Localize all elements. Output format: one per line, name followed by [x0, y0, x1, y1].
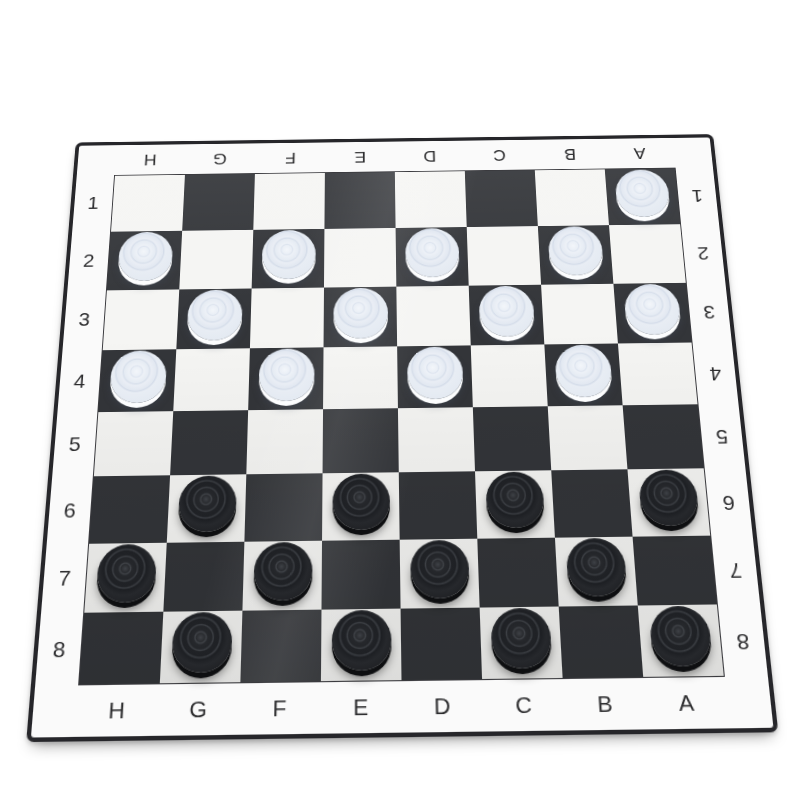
- black-piece-C8[interactable]: [490, 608, 552, 669]
- square-H2[interactable]: [107, 231, 182, 290]
- square-H4[interactable]: [98, 349, 176, 412]
- square-C8[interactable]: [480, 606, 563, 679]
- black-piece-D7[interactable]: [410, 539, 470, 598]
- square-E5[interactable]: [323, 408, 399, 473]
- left-label-1: 1: [72, 175, 114, 232]
- square-D4[interactable]: [397, 345, 473, 408]
- square-C2[interactable]: [467, 226, 541, 285]
- square-B3[interactable]: [541, 283, 618, 344]
- white-piece-B4[interactable]: [554, 344, 613, 397]
- square-E6[interactable]: [322, 473, 400, 541]
- square-A8[interactable]: [638, 604, 724, 677]
- square-G6[interactable]: [167, 475, 247, 543]
- white-piece-B2[interactable]: [547, 226, 604, 276]
- square-G8[interactable]: [160, 610, 243, 683]
- square-F5[interactable]: [246, 409, 323, 474]
- square-G3[interactable]: [176, 288, 251, 349]
- black-piece-A8[interactable]: [648, 606, 713, 667]
- square-B5[interactable]: [548, 405, 628, 470]
- right-label-2: 2: [681, 223, 725, 282]
- square-C7[interactable]: [477, 537, 558, 607]
- black-piece-G6[interactable]: [177, 476, 237, 533]
- square-G5[interactable]: [170, 410, 248, 475]
- right-label-3: 3: [687, 281, 732, 342]
- square-B8[interactable]: [559, 605, 643, 678]
- square-H8[interactable]: [79, 611, 163, 684]
- black-piece-F7[interactable]: [253, 541, 312, 600]
- square-B2[interactable]: [538, 225, 614, 284]
- square-E8[interactable]: [321, 608, 402, 681]
- square-G2[interactable]: [179, 230, 253, 289]
- square-B4[interactable]: [544, 343, 622, 406]
- square-E7[interactable]: [321, 539, 400, 609]
- square-F4[interactable]: [248, 347, 323, 410]
- left-label-7: 7: [41, 544, 88, 614]
- right-label-6: 6: [705, 468, 753, 535]
- square-H3[interactable]: [103, 289, 180, 350]
- top-label-H: H: [114, 144, 186, 175]
- square-D1[interactable]: [395, 171, 467, 228]
- square-H6[interactable]: [89, 476, 170, 544]
- right-label-5: 5: [699, 404, 746, 469]
- square-F8[interactable]: [240, 609, 321, 682]
- square-H5[interactable]: [94, 411, 173, 476]
- right-label-7: 7: [711, 535, 760, 605]
- square-A3[interactable]: [613, 282, 691, 343]
- black-piece-H7[interactable]: [95, 544, 157, 603]
- left-label-2: 2: [67, 231, 110, 290]
- square-A6[interactable]: [627, 469, 710, 537]
- square-F2[interactable]: [252, 229, 325, 288]
- square-D5[interactable]: [398, 407, 475, 472]
- top-label-A: A: [603, 138, 675, 169]
- bottom-label-H: H: [74, 684, 158, 737]
- white-piece-D2[interactable]: [405, 228, 460, 278]
- bottom-label-D: D: [402, 680, 485, 733]
- square-G4[interactable]: [173, 348, 250, 411]
- square-C4[interactable]: [471, 344, 548, 407]
- left-label-8: 8: [35, 613, 83, 686]
- white-piece-A1[interactable]: [614, 169, 671, 217]
- bottom-label-F: F: [238, 682, 320, 735]
- bottom-label-G: G: [156, 683, 239, 736]
- square-F3[interactable]: [250, 287, 324, 348]
- left-label-5: 5: [52, 412, 97, 477]
- square-D6[interactable]: [399, 472, 477, 540]
- square-E1[interactable]: [324, 172, 395, 229]
- bottom-label-C: C: [482, 679, 566, 732]
- bottom-label-E: E: [320, 681, 402, 734]
- white-piece-H4[interactable]: [108, 350, 167, 403]
- board-grid: [78, 168, 725, 686]
- square-D7[interactable]: [400, 538, 480, 608]
- top-label-C: C: [464, 140, 535, 171]
- left-label-4: 4: [57, 350, 101, 413]
- board-scene: HGFEDCBA 12345678 12345678 HGFEDCBA: [26, 134, 778, 742]
- square-A1[interactable]: [605, 168, 680, 225]
- white-piece-D4[interactable]: [406, 346, 463, 399]
- black-piece-B7[interactable]: [565, 537, 627, 596]
- white-piece-A3[interactable]: [623, 283, 682, 334]
- black-piece-A6[interactable]: [637, 470, 699, 527]
- white-piece-E3[interactable]: [333, 287, 388, 338]
- square-E2[interactable]: [324, 228, 396, 287]
- white-piece-F4[interactable]: [258, 348, 314, 401]
- white-piece-H2[interactable]: [117, 232, 173, 282]
- black-piece-E6[interactable]: [332, 474, 390, 531]
- square-E4[interactable]: [323, 346, 398, 409]
- black-piece-G8[interactable]: [170, 612, 232, 673]
- square-F7[interactable]: [242, 540, 322, 610]
- square-B1[interactable]: [535, 169, 609, 226]
- bottom-coordinate-strip: HGFEDCBA: [74, 677, 729, 737]
- square-C3[interactable]: [469, 284, 545, 345]
- top-label-D: D: [394, 141, 465, 172]
- white-piece-F2[interactable]: [261, 230, 315, 280]
- square-C6[interactable]: [475, 471, 555, 539]
- bottom-label-B: B: [563, 678, 648, 730]
- square-A5[interactable]: [623, 404, 704, 469]
- square-A2[interactable]: [609, 224, 686, 283]
- square-C1[interactable]: [465, 170, 538, 227]
- square-A7[interactable]: [633, 535, 717, 605]
- square-B7[interactable]: [555, 536, 638, 606]
- checkers-board: HGFEDCBA 12345678 12345678 HGFEDCBA: [26, 134, 778, 742]
- left-label-3: 3: [63, 290, 106, 351]
- top-label-E: E: [325, 142, 395, 173]
- square-H7[interactable]: [84, 542, 166, 612]
- square-A4[interactable]: [618, 342, 698, 405]
- square-G7[interactable]: [163, 541, 244, 611]
- white-piece-G3[interactable]: [186, 289, 242, 340]
- top-label-B: B: [534, 139, 606, 170]
- top-label-G: G: [184, 143, 255, 174]
- square-C5[interactable]: [473, 406, 551, 471]
- square-D2[interactable]: [396, 227, 469, 286]
- right-label-4: 4: [692, 342, 738, 405]
- white-piece-C3[interactable]: [478, 285, 535, 336]
- black-piece-E8[interactable]: [331, 610, 391, 671]
- square-D8[interactable]: [401, 607, 483, 680]
- square-H1[interactable]: [111, 175, 185, 232]
- square-G1[interactable]: [182, 174, 255, 231]
- square-E3[interactable]: [324, 286, 398, 347]
- square-D3[interactable]: [396, 285, 470, 346]
- bottom-label-A: A: [644, 677, 730, 729]
- square-B6[interactable]: [551, 470, 632, 538]
- top-label-F: F: [254, 142, 324, 173]
- right-label-1: 1: [676, 167, 719, 224]
- left-label-6: 6: [47, 477, 93, 545]
- square-F6[interactable]: [244, 474, 322, 542]
- right-label-8: 8: [718, 604, 768, 677]
- black-piece-C6[interactable]: [485, 472, 545, 529]
- square-F1[interactable]: [253, 173, 325, 230]
